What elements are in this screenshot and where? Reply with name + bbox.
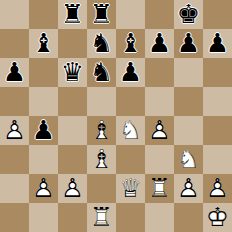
square-h2[interactable]: ♟♙ xyxy=(203,174,232,203)
white-pawn-fill: ♟ xyxy=(58,174,87,203)
square-a7[interactable] xyxy=(0,29,29,58)
square-f5[interactable] xyxy=(145,87,174,116)
square-d3[interactable]: ♝♗ xyxy=(87,145,116,174)
square-g1[interactable] xyxy=(174,203,203,232)
square-g2[interactable]: ♟♙ xyxy=(174,174,203,203)
square-h4[interactable] xyxy=(203,116,232,145)
square-a4[interactable]: ♟♙ xyxy=(0,116,29,145)
square-b6[interactable] xyxy=(29,58,58,87)
square-b4[interactable]: ♟ xyxy=(29,116,58,145)
square-h6[interactable] xyxy=(203,58,232,87)
white-knight: ♘ xyxy=(174,145,203,174)
square-a5[interactable] xyxy=(0,87,29,116)
square-d7[interactable]: ♞ xyxy=(87,29,116,58)
white-rook-fill: ♜ xyxy=(145,174,174,203)
square-f3[interactable] xyxy=(145,145,174,174)
white-bishop: ♗ xyxy=(87,116,116,145)
square-a1[interactable] xyxy=(0,203,29,232)
white-pawn: ♙ xyxy=(145,116,174,145)
square-h3[interactable] xyxy=(203,145,232,174)
square-c1[interactable] xyxy=(58,203,87,232)
square-e3[interactable] xyxy=(116,145,145,174)
square-a6[interactable]: ♟ xyxy=(0,58,29,87)
square-d5[interactable] xyxy=(87,87,116,116)
square-g3[interactable]: ♞♘ xyxy=(174,145,203,174)
white-pawn-fill: ♟ xyxy=(203,174,232,203)
square-e4[interactable]: ♞♘ xyxy=(116,116,145,145)
black-pawn: ♟ xyxy=(116,58,145,87)
square-c5[interactable] xyxy=(58,87,87,116)
white-rook: ♖ xyxy=(145,174,174,203)
white-knight-fill: ♞ xyxy=(174,145,203,174)
square-e1[interactable] xyxy=(116,203,145,232)
square-e7[interactable]: ♝ xyxy=(116,29,145,58)
white-bishop-fill: ♝ xyxy=(87,145,116,174)
square-d2[interactable] xyxy=(87,174,116,203)
white-pawn-fill: ♟ xyxy=(174,174,203,203)
square-b8[interactable] xyxy=(29,0,58,29)
black-king: ♚ xyxy=(174,0,203,29)
square-c4[interactable] xyxy=(58,116,87,145)
square-b2[interactable]: ♟♙ xyxy=(29,174,58,203)
square-b5[interactable] xyxy=(29,87,58,116)
square-f4[interactable]: ♟♙ xyxy=(145,116,174,145)
black-knight: ♞ xyxy=(87,29,116,58)
black-pawn: ♟ xyxy=(29,116,58,145)
square-e2[interactable]: ♛♕ xyxy=(116,174,145,203)
black-bishop: ♝ xyxy=(29,29,58,58)
white-queen: ♕ xyxy=(116,174,145,203)
black-pawn: ♟ xyxy=(0,58,29,87)
black-pawn: ♟ xyxy=(145,29,174,58)
black-rook: ♜ xyxy=(87,0,116,29)
square-b1[interactable] xyxy=(29,203,58,232)
square-e8[interactable] xyxy=(116,0,145,29)
square-h8[interactable] xyxy=(203,0,232,29)
black-bishop: ♝ xyxy=(116,29,145,58)
square-h7[interactable]: ♟ xyxy=(203,29,232,58)
white-bishop: ♗ xyxy=(87,145,116,174)
black-rook: ♜ xyxy=(58,0,87,29)
white-knight-fill: ♞ xyxy=(116,116,145,145)
white-pawn: ♙ xyxy=(203,174,232,203)
square-h5[interactable] xyxy=(203,87,232,116)
square-g7[interactable]: ♟ xyxy=(174,29,203,58)
white-pawn: ♙ xyxy=(58,174,87,203)
square-a8[interactable] xyxy=(0,0,29,29)
white-knight: ♘ xyxy=(116,116,145,145)
white-rook-fill: ♜ xyxy=(87,203,116,232)
chess-board: ♜♜♚♝♞♝♟♟♟♟♛♞♟♟♙♟♝♗♞♘♟♙♝♗♞♘♟♙♟♙♛♕♜♖♟♙♟♙♜♖… xyxy=(0,0,232,232)
square-f7[interactable]: ♟ xyxy=(145,29,174,58)
white-pawn-fill: ♟ xyxy=(145,116,174,145)
white-king-fill: ♚ xyxy=(203,203,232,232)
square-g6[interactable] xyxy=(174,58,203,87)
black-queen: ♛ xyxy=(58,58,87,87)
square-c6[interactable]: ♛ xyxy=(58,58,87,87)
black-pawn: ♟ xyxy=(203,29,232,58)
square-e6[interactable]: ♟ xyxy=(116,58,145,87)
square-h1[interactable]: ♚♔ xyxy=(203,203,232,232)
square-b3[interactable] xyxy=(29,145,58,174)
black-knight: ♞ xyxy=(87,58,116,87)
white-pawn-fill: ♟ xyxy=(0,116,29,145)
square-f8[interactable] xyxy=(145,0,174,29)
white-bishop-fill: ♝ xyxy=(87,116,116,145)
square-a3[interactable] xyxy=(0,145,29,174)
square-d1[interactable]: ♜♖ xyxy=(87,203,116,232)
square-c2[interactable]: ♟♙ xyxy=(58,174,87,203)
square-f1[interactable] xyxy=(145,203,174,232)
square-g4[interactable] xyxy=(174,116,203,145)
square-d8[interactable]: ♜ xyxy=(87,0,116,29)
square-f6[interactable] xyxy=(145,58,174,87)
square-b7[interactable]: ♝ xyxy=(29,29,58,58)
square-c3[interactable] xyxy=(58,145,87,174)
square-f2[interactable]: ♜♖ xyxy=(145,174,174,203)
white-rook: ♖ xyxy=(87,203,116,232)
square-c7[interactable] xyxy=(58,29,87,58)
square-g8[interactable]: ♚ xyxy=(174,0,203,29)
white-pawn: ♙ xyxy=(174,174,203,203)
square-a2[interactable] xyxy=(0,174,29,203)
white-queen-fill: ♛ xyxy=(116,174,145,203)
white-pawn-fill: ♟ xyxy=(29,174,58,203)
square-e5[interactable] xyxy=(116,87,145,116)
square-d4[interactable]: ♝♗ xyxy=(87,116,116,145)
black-pawn: ♟ xyxy=(174,29,203,58)
square-c8[interactable]: ♜ xyxy=(58,0,87,29)
square-d6[interactable]: ♞ xyxy=(87,58,116,87)
white-king: ♔ xyxy=(203,203,232,232)
white-pawn: ♙ xyxy=(29,174,58,203)
white-pawn: ♙ xyxy=(0,116,29,145)
square-g5[interactable] xyxy=(174,87,203,116)
